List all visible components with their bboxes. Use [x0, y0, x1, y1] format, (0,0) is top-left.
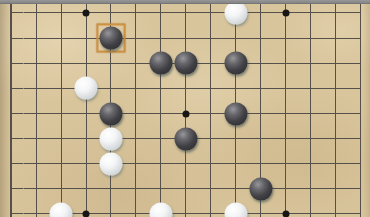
- hoshi-point: [182, 110, 189, 117]
- board-intersection[interactable]: [149, 1, 174, 26]
- board-intersection[interactable]: [0, 176, 24, 201]
- board-intersection[interactable]: [149, 176, 174, 201]
- board-intersection[interactable]: [198, 51, 223, 76]
- board-intersection[interactable]: [323, 201, 348, 217]
- board-intersection[interactable]: [248, 126, 273, 151]
- board-intersection[interactable]: [223, 76, 248, 101]
- hoshi-point: [83, 10, 90, 17]
- board-intersection[interactable]: [0, 51, 24, 76]
- board-intersection[interactable]: [323, 51, 348, 76]
- board-intersection[interactable]: [74, 1, 99, 26]
- board-intersection[interactable]: [173, 101, 198, 126]
- board-intersection[interactable]: [173, 26, 198, 51]
- board-intersection[interactable]: [24, 1, 49, 26]
- board-intersection[interactable]: [298, 201, 323, 217]
- board-intersection[interactable]: [0, 126, 24, 151]
- board-intersection[interactable]: [149, 101, 174, 126]
- board-intersection[interactable]: [348, 201, 370, 217]
- board-intersection[interactable]: [348, 76, 370, 101]
- board-intersection[interactable]: [348, 1, 370, 26]
- board-intersection[interactable]: [49, 51, 74, 76]
- board-intersection[interactable]: [348, 51, 370, 76]
- board-intersection[interactable]: [49, 176, 74, 201]
- board-intersection[interactable]: [149, 26, 174, 51]
- board-intersection[interactable]: [248, 26, 273, 51]
- board-intersection[interactable]: [149, 51, 174, 76]
- board-intersection[interactable]: [149, 151, 174, 176]
- white-stone: [50, 202, 73, 217]
- board-intersection[interactable]: [99, 151, 124, 176]
- board-intersection[interactable]: [74, 76, 99, 101]
- board-intersection[interactable]: [273, 1, 298, 26]
- board-intersection[interactable]: [223, 151, 248, 176]
- board-intersection[interactable]: [149, 76, 174, 101]
- board-intersection[interactable]: [124, 151, 149, 176]
- board-intersection[interactable]: [149, 126, 174, 151]
- board-intersection[interactable]: [248, 76, 273, 101]
- board-intersection[interactable]: [273, 126, 298, 151]
- white-stone: [75, 77, 98, 100]
- board-intersection[interactable]: [49, 151, 74, 176]
- board-intersection[interactable]: [348, 176, 370, 201]
- board-grid: [0, 1, 370, 217]
- hoshi-point: [282, 210, 289, 217]
- black-stone: [224, 102, 247, 125]
- board-intersection[interactable]: [273, 76, 298, 101]
- board-intersection[interactable]: [198, 26, 223, 51]
- board-intersection[interactable]: [124, 176, 149, 201]
- board-intersection[interactable]: [173, 151, 198, 176]
- board-intersection[interactable]: [124, 51, 149, 76]
- board-intersection[interactable]: [49, 126, 74, 151]
- board-intersection[interactable]: [99, 201, 124, 217]
- board-intersection[interactable]: [24, 26, 49, 51]
- board-intersection[interactable]: [74, 176, 99, 201]
- board-intersection[interactable]: [273, 26, 298, 51]
- board-intersection[interactable]: [124, 76, 149, 101]
- board-intersection[interactable]: [273, 101, 298, 126]
- white-stone: [224, 202, 247, 217]
- board-intersection[interactable]: [99, 101, 124, 126]
- board-intersection[interactable]: [223, 51, 248, 76]
- board-intersection[interactable]: [298, 51, 323, 76]
- board-intersection[interactable]: [323, 76, 348, 101]
- white-stone: [224, 2, 247, 25]
- board-intersection[interactable]: [49, 201, 74, 217]
- white-stone: [149, 202, 172, 217]
- board-intersection[interactable]: [198, 76, 223, 101]
- board-intersection[interactable]: [323, 176, 348, 201]
- board-intersection[interactable]: [273, 201, 298, 217]
- board-intersection[interactable]: [348, 26, 370, 51]
- board-intersection[interactable]: [99, 1, 124, 26]
- black-stone: [224, 52, 247, 75]
- board-intersection[interactable]: [348, 151, 370, 176]
- board-intersection[interactable]: [198, 176, 223, 201]
- board-intersection[interactable]: [323, 126, 348, 151]
- board-intersection[interactable]: [124, 26, 149, 51]
- board-intersection[interactable]: [323, 101, 348, 126]
- board-intersection[interactable]: [248, 1, 273, 26]
- board-intersection[interactable]: [124, 201, 149, 217]
- board-intersection[interactable]: [124, 1, 149, 26]
- board-intersection[interactable]: [24, 101, 49, 126]
- board-intersection[interactable]: [323, 1, 348, 26]
- board-intersection[interactable]: [74, 126, 99, 151]
- board-intersection[interactable]: [248, 51, 273, 76]
- board-intersection[interactable]: [223, 26, 248, 51]
- board-intersection[interactable]: [273, 176, 298, 201]
- board-intersection[interactable]: [348, 126, 370, 151]
- board-intersection[interactable]: [24, 51, 49, 76]
- board-intersection[interactable]: [24, 176, 49, 201]
- board-intersection[interactable]: [298, 126, 323, 151]
- board-intersection[interactable]: [173, 126, 198, 151]
- hoshi-point: [83, 210, 90, 217]
- board-intersection[interactable]: [173, 51, 198, 76]
- black-stone: [174, 52, 197, 75]
- board-intersection[interactable]: [298, 151, 323, 176]
- board-intersection[interactable]: [173, 1, 198, 26]
- board-intersection[interactable]: [24, 76, 49, 101]
- board-intersection[interactable]: [0, 76, 24, 101]
- board-intersection[interactable]: [24, 126, 49, 151]
- black-stone: [149, 52, 172, 75]
- board-intersection[interactable]: [74, 201, 99, 217]
- screen-top-edge-strip: [0, 0, 370, 4]
- board-intersection[interactable]: [223, 1, 248, 26]
- board-intersection[interactable]: [0, 101, 24, 126]
- board-intersection[interactable]: [74, 151, 99, 176]
- board-intersection[interactable]: [0, 1, 24, 26]
- board-intersection[interactable]: [24, 201, 49, 217]
- board-intersection[interactable]: [223, 101, 248, 126]
- board-intersection[interactable]: [198, 101, 223, 126]
- board-intersection[interactable]: [0, 26, 24, 51]
- board-intersection[interactable]: [198, 151, 223, 176]
- board-intersection[interactable]: [99, 176, 124, 201]
- board-intersection[interactable]: [149, 201, 174, 217]
- board-intersection[interactable]: [124, 101, 149, 126]
- board-intersection[interactable]: [298, 101, 323, 126]
- board-intersection[interactable]: [49, 76, 74, 101]
- board-intersection[interactable]: [99, 76, 124, 101]
- board-intersection[interactable]: [248, 151, 273, 176]
- board-intersection[interactable]: [99, 51, 124, 76]
- board-intersection[interactable]: [0, 151, 24, 176]
- board-intersection[interactable]: [298, 26, 323, 51]
- board-intersection[interactable]: [74, 51, 99, 76]
- board-intersection[interactable]: [273, 151, 298, 176]
- board-intersection[interactable]: [49, 1, 74, 26]
- board-intersection[interactable]: [99, 126, 124, 151]
- black-stone: [174, 127, 197, 150]
- black-stone: [100, 27, 123, 50]
- black-stone: [100, 102, 123, 125]
- board-intersection[interactable]: [49, 26, 74, 51]
- white-stone: [100, 152, 123, 175]
- board-intersection[interactable]: [198, 201, 223, 217]
- board-intersection[interactable]: [198, 126, 223, 151]
- gomoku-board-view: [0, 0, 370, 217]
- board-intersection[interactable]: [273, 51, 298, 76]
- board-intersection[interactable]: [223, 201, 248, 217]
- black-stone: [249, 177, 272, 200]
- board-intersection[interactable]: [248, 201, 273, 217]
- board-intersection[interactable]: [248, 101, 273, 126]
- board-intersection[interactable]: [24, 151, 49, 176]
- board-intersection[interactable]: [323, 26, 348, 51]
- board-intersection[interactable]: [298, 176, 323, 201]
- board-intersection[interactable]: [223, 176, 248, 201]
- board-intersection[interactable]: [173, 176, 198, 201]
- board-intersection[interactable]: [49, 101, 74, 126]
- board-intersection[interactable]: [348, 101, 370, 126]
- board-intersection[interactable]: [0, 201, 24, 217]
- board-intersection[interactable]: [323, 151, 348, 176]
- white-stone: [100, 127, 123, 150]
- board-intersection[interactable]: [74, 101, 99, 126]
- board-intersection[interactable]: [198, 1, 223, 26]
- board-intersection[interactable]: [248, 176, 273, 201]
- board-intersection[interactable]: [74, 26, 99, 51]
- hoshi-point: [282, 10, 289, 17]
- board-intersection[interactable]: [99, 26, 124, 51]
- board-intersection[interactable]: [298, 76, 323, 101]
- board-intersection[interactable]: [173, 201, 198, 217]
- board-intersection[interactable]: [298, 1, 323, 26]
- board-intersection[interactable]: [223, 126, 248, 151]
- board-intersection[interactable]: [173, 76, 198, 101]
- board-intersection[interactable]: [124, 126, 149, 151]
